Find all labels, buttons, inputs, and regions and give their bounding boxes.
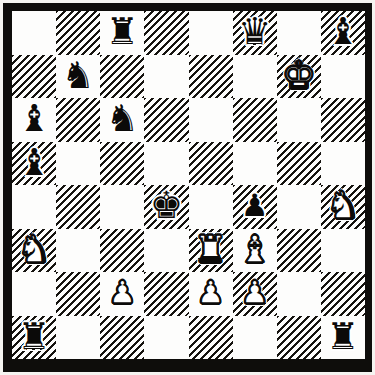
piece-black-bishop-a5: ♝ xyxy=(17,144,50,181)
square-f2[interactable]: ♟ xyxy=(233,272,277,316)
square-a8[interactable] xyxy=(12,11,56,55)
piece-white-pawn-f2: ♟ xyxy=(241,277,269,308)
square-f3[interactable]: ♝ xyxy=(233,229,277,273)
square-a3[interactable]: ♞ xyxy=(12,229,56,273)
square-h8[interactable]: ♝ xyxy=(321,11,365,55)
square-f8[interactable]: ♛ xyxy=(233,11,277,55)
square-c7[interactable] xyxy=(100,55,144,99)
square-e3[interactable]: ♜ xyxy=(189,229,233,273)
square-d6[interactable] xyxy=(144,98,188,142)
square-d3[interactable] xyxy=(144,229,188,273)
piece-white-knight-h4: ♞ xyxy=(326,187,359,224)
chess-diagram: ♜♛♝♞♚♝♞♝♚♟♞♞♜♝♟♟♟♜♜ xyxy=(0,0,375,375)
square-d1[interactable] xyxy=(144,316,188,360)
square-e8[interactable] xyxy=(189,11,233,55)
square-c3[interactable] xyxy=(100,229,144,273)
square-e2[interactable]: ♟ xyxy=(189,272,233,316)
square-d5[interactable] xyxy=(144,142,188,186)
square-c6[interactable]: ♞ xyxy=(100,98,144,142)
square-d4[interactable]: ♚ xyxy=(144,185,188,229)
square-b4[interactable] xyxy=(56,185,100,229)
square-a1[interactable]: ♜ xyxy=(12,316,56,360)
square-g8[interactable] xyxy=(277,11,321,55)
square-h5[interactable] xyxy=(321,142,365,186)
chess-board: ♜♛♝♞♚♝♞♝♚♟♞♞♜♝♟♟♟♜♜ xyxy=(12,11,365,359)
piece-black-rook-h1: ♜ xyxy=(326,318,359,355)
square-g2[interactable] xyxy=(277,272,321,316)
piece-black-rook-c8: ♜ xyxy=(106,13,139,50)
square-b3[interactable] xyxy=(56,229,100,273)
square-f1[interactable] xyxy=(233,316,277,360)
square-c5[interactable] xyxy=(100,142,144,186)
square-g3[interactable] xyxy=(277,229,321,273)
square-h1[interactable]: ♜ xyxy=(321,316,365,360)
square-e5[interactable] xyxy=(189,142,233,186)
piece-black-bishop-a6: ♝ xyxy=(17,100,50,137)
square-e4[interactable] xyxy=(189,185,233,229)
square-h2[interactable] xyxy=(321,272,365,316)
square-c2[interactable]: ♟ xyxy=(100,272,144,316)
piece-black-rook-a1: ♜ xyxy=(17,318,50,355)
square-a5[interactable]: ♝ xyxy=(12,142,56,186)
square-b2[interactable] xyxy=(56,272,100,316)
square-e6[interactable] xyxy=(189,98,233,142)
square-f7[interactable] xyxy=(233,55,277,99)
square-a7[interactable] xyxy=(12,55,56,99)
square-c1[interactable] xyxy=(100,316,144,360)
square-g1[interactable] xyxy=(277,316,321,360)
piece-white-pawn-c2: ♟ xyxy=(108,277,136,308)
square-a2[interactable] xyxy=(12,272,56,316)
square-d8[interactable] xyxy=(144,11,188,55)
square-b7[interactable]: ♞ xyxy=(56,55,100,99)
piece-black-knight-c6: ♞ xyxy=(106,100,139,137)
piece-white-rook-e3: ♜ xyxy=(194,231,227,268)
piece-black-king-d4: ♚ xyxy=(150,187,183,224)
square-g5[interactable] xyxy=(277,142,321,186)
square-f6[interactable] xyxy=(233,98,277,142)
square-c8[interactable]: ♜ xyxy=(100,11,144,55)
square-h3[interactable] xyxy=(321,229,365,273)
square-e7[interactable] xyxy=(189,55,233,99)
square-d2[interactable] xyxy=(144,272,188,316)
square-b1[interactable] xyxy=(56,316,100,360)
square-g4[interactable] xyxy=(277,185,321,229)
square-f4[interactable]: ♟ xyxy=(233,185,277,229)
board-frame: ♜♛♝♞♚♝♞♝♚♟♞♞♜♝♟♟♟♜♜ xyxy=(3,3,372,372)
piece-white-pawn-e2: ♟ xyxy=(197,277,225,308)
square-d7[interactable] xyxy=(144,55,188,99)
square-a4[interactable] xyxy=(12,185,56,229)
square-f5[interactable] xyxy=(233,142,277,186)
square-a6[interactable]: ♝ xyxy=(12,98,56,142)
piece-white-bishop-f3: ♝ xyxy=(238,231,271,268)
piece-black-pawn-f4: ♟ xyxy=(241,190,269,221)
piece-black-queen-f8: ♛ xyxy=(238,13,271,50)
square-h4[interactable]: ♞ xyxy=(321,185,365,229)
square-h6[interactable] xyxy=(321,98,365,142)
piece-black-knight-b7: ♞ xyxy=(62,57,95,94)
square-b8[interactable] xyxy=(56,11,100,55)
square-h7[interactable] xyxy=(321,55,365,99)
square-g6[interactable] xyxy=(277,98,321,142)
piece-white-king-g7: ♚ xyxy=(282,57,315,94)
square-b5[interactable] xyxy=(56,142,100,186)
square-c4[interactable] xyxy=(100,185,144,229)
square-b6[interactable] xyxy=(56,98,100,142)
square-g7[interactable]: ♚ xyxy=(277,55,321,99)
piece-white-knight-a3: ♞ xyxy=(17,231,50,268)
square-e1[interactable] xyxy=(189,316,233,360)
piece-black-bishop-h8: ♝ xyxy=(326,13,359,50)
